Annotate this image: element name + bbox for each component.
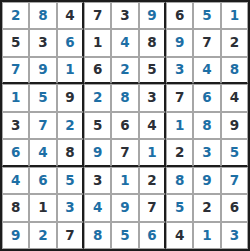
cell-r8c2[interactable]: 1 <box>29 194 56 221</box>
cell-r7c1[interactable]: 4 <box>2 167 29 194</box>
cell-r8c6[interactable]: 7 <box>139 194 166 221</box>
cell-r1c2[interactable]: 8 <box>29 2 56 29</box>
cell-r6c9[interactable]: 5 <box>221 139 248 166</box>
cell-r4c9[interactable]: 4 <box>221 84 248 111</box>
cell-r7c7[interactable]: 8 <box>166 167 193 194</box>
cell-r3c7[interactable]: 3 <box>166 57 193 84</box>
cell-r6c5[interactable]: 7 <box>111 139 138 166</box>
cell-r2c6[interactable]: 8 <box>139 29 166 56</box>
cell-r7c5[interactable]: 1 <box>111 167 138 194</box>
cell-r9c4[interactable]: 8 <box>84 222 111 249</box>
cell-r8c9[interactable]: 6 <box>221 194 248 221</box>
cell-r4c1[interactable]: 1 <box>2 84 29 111</box>
cell-r9c3[interactable]: 7 <box>57 222 84 249</box>
sudoku-board: 2847396515361489727916253481592837643725… <box>0 0 250 251</box>
cell-r8c3[interactable]: 3 <box>57 194 84 221</box>
cell-r5c9[interactable]: 9 <box>221 112 248 139</box>
cell-r3c9[interactable]: 8 <box>221 57 248 84</box>
cell-r2c1[interactable]: 5 <box>2 29 29 56</box>
cell-r9c9[interactable]: 3 <box>221 222 248 249</box>
cell-r4c2[interactable]: 5 <box>29 84 56 111</box>
cell-r2c2[interactable]: 3 <box>29 29 56 56</box>
cell-r4c7[interactable]: 7 <box>166 84 193 111</box>
cell-r2c8[interactable]: 7 <box>193 29 220 56</box>
cell-r9c7[interactable]: 4 <box>166 222 193 249</box>
cell-r8c1[interactable]: 8 <box>2 194 29 221</box>
cell-r5c5[interactable]: 6 <box>111 112 138 139</box>
cell-r1c3[interactable]: 4 <box>57 2 84 29</box>
cell-r8c5[interactable]: 9 <box>111 194 138 221</box>
cell-r1c5[interactable]: 3 <box>111 2 138 29</box>
cell-r6c2[interactable]: 4 <box>29 139 56 166</box>
cell-r1c4[interactable]: 7 <box>84 2 111 29</box>
cell-r5c2[interactable]: 7 <box>29 112 56 139</box>
cell-r8c7[interactable]: 5 <box>166 194 193 221</box>
cell-r7c4[interactable]: 3 <box>84 167 111 194</box>
cell-r1c6[interactable]: 9 <box>139 2 166 29</box>
cell-r1c9[interactable]: 1 <box>221 2 248 29</box>
cell-r9c2[interactable]: 2 <box>29 222 56 249</box>
cell-r4c6[interactable]: 3 <box>139 84 166 111</box>
cell-r6c4[interactable]: 9 <box>84 139 111 166</box>
cell-r1c8[interactable]: 5 <box>193 2 220 29</box>
cell-r4c3[interactable]: 9 <box>57 84 84 111</box>
cell-r2c9[interactable]: 2 <box>221 29 248 56</box>
cell-r2c3[interactable]: 6 <box>57 29 84 56</box>
cell-r5c3[interactable]: 2 <box>57 112 84 139</box>
cell-r5c1[interactable]: 3 <box>2 112 29 139</box>
cell-r5c6[interactable]: 4 <box>139 112 166 139</box>
cell-r6c3[interactable]: 8 <box>57 139 84 166</box>
cell-r6c6[interactable]: 1 <box>139 139 166 166</box>
cell-r3c1[interactable]: 7 <box>2 57 29 84</box>
cell-r7c3[interactable]: 5 <box>57 167 84 194</box>
cell-r3c5[interactable]: 2 <box>111 57 138 84</box>
cell-r2c5[interactable]: 4 <box>111 29 138 56</box>
cell-r3c6[interactable]: 5 <box>139 57 166 84</box>
cell-r1c7[interactable]: 6 <box>166 2 193 29</box>
cell-r4c5[interactable]: 8 <box>111 84 138 111</box>
cell-r3c2[interactable]: 9 <box>29 57 56 84</box>
cell-r4c4[interactable]: 2 <box>84 84 111 111</box>
cell-r7c6[interactable]: 2 <box>139 167 166 194</box>
cell-r6c8[interactable]: 3 <box>193 139 220 166</box>
cell-r2c4[interactable]: 1 <box>84 29 111 56</box>
cell-r9c1[interactable]: 9 <box>2 222 29 249</box>
cell-r5c7[interactable]: 1 <box>166 112 193 139</box>
cell-r2c7[interactable]: 9 <box>166 29 193 56</box>
cell-r9c8[interactable]: 1 <box>193 222 220 249</box>
cell-r9c6[interactable]: 6 <box>139 222 166 249</box>
cell-r5c8[interactable]: 8 <box>193 112 220 139</box>
cell-r7c2[interactable]: 6 <box>29 167 56 194</box>
cell-r3c8[interactable]: 4 <box>193 57 220 84</box>
cell-r3c3[interactable]: 1 <box>57 57 84 84</box>
cell-r3c4[interactable]: 6 <box>84 57 111 84</box>
cell-r5c4[interactable]: 5 <box>84 112 111 139</box>
cell-r9c5[interactable]: 5 <box>111 222 138 249</box>
cell-r6c7[interactable]: 2 <box>166 139 193 166</box>
cell-r7c8[interactable]: 9 <box>193 167 220 194</box>
cell-r8c4[interactable]: 4 <box>84 194 111 221</box>
cell-r4c8[interactable]: 6 <box>193 84 220 111</box>
cell-r1c1[interactable]: 2 <box>2 2 29 29</box>
cell-r6c1[interactable]: 6 <box>2 139 29 166</box>
cell-r8c8[interactable]: 2 <box>193 194 220 221</box>
cell-r7c9[interactable]: 7 <box>221 167 248 194</box>
